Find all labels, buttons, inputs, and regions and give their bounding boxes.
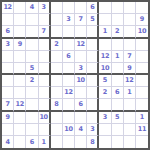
cell-empty-r5c12[interactable] <box>136 51 148 63</box>
cell-empty-r11c1[interactable] <box>2 124 14 136</box>
cell-empty-r5c4[interactable] <box>39 51 51 63</box>
cell-empty-r4c6[interactable] <box>63 39 75 51</box>
cell-given-r2c7: 7 <box>75 14 87 26</box>
cell-empty-r4c12[interactable] <box>136 39 148 51</box>
cell-empty-r1c2[interactable] <box>14 2 26 14</box>
cell-empty-r1c7[interactable] <box>75 2 87 14</box>
cell-empty-r10c3[interactable] <box>26 112 38 124</box>
cell-empty-r7c1[interactable] <box>2 75 14 87</box>
cell-empty-r9c10[interactable] <box>112 99 124 111</box>
cell-empty-r2c4[interactable] <box>39 14 51 26</box>
cell-empty-r2c10[interactable] <box>112 14 124 26</box>
cell-empty-r10c5[interactable] <box>51 112 63 124</box>
cell-empty-r7c4[interactable] <box>39 75 51 87</box>
cell-given-r4c5: 2 <box>51 39 63 51</box>
cell-given-r6c7: 3 <box>75 63 87 75</box>
cell-empty-r12c10[interactable] <box>112 136 124 148</box>
cell-given-r12c4: 1 <box>39 136 51 148</box>
sudoku-screenshot: 1243637596712103921261217531092105121226… <box>0 0 150 150</box>
cell-given-r8c9: 2 <box>99 87 111 99</box>
cell-empty-r8c8[interactable] <box>87 87 99 99</box>
cell-given-r4c7: 12 <box>75 39 87 51</box>
cell-given-r4c1: 3 <box>2 39 14 51</box>
cell-empty-r4c8[interactable] <box>87 39 99 51</box>
cell-empty-r12c2[interactable] <box>14 136 26 148</box>
cell-empty-r8c2[interactable] <box>14 87 26 99</box>
cell-given-r2c12: 9 <box>136 14 148 26</box>
cell-empty-r2c3[interactable] <box>26 14 38 26</box>
cell-empty-r12c12[interactable] <box>136 136 148 148</box>
cell-empty-r6c12[interactable] <box>136 63 148 75</box>
cell-empty-r4c11[interactable] <box>124 39 136 51</box>
cell-empty-r9c3[interactable] <box>26 99 38 111</box>
cell-empty-r5c3[interactable] <box>26 51 38 63</box>
cell-empty-r2c1[interactable] <box>2 14 14 26</box>
cell-empty-r9c12[interactable] <box>136 99 148 111</box>
cell-given-r1c4: 3 <box>39 2 51 14</box>
cell-empty-r4c9[interactable] <box>99 39 111 51</box>
cell-empty-r7c8[interactable] <box>87 75 99 87</box>
cell-empty-r6c1[interactable] <box>2 63 14 75</box>
cell-empty-r4c3[interactable] <box>26 39 38 51</box>
cell-empty-r7c5[interactable] <box>51 75 63 87</box>
cell-given-r10c4: 10 <box>39 112 51 124</box>
cell-empty-r9c6[interactable] <box>63 99 75 111</box>
cell-empty-r10c2[interactable] <box>14 112 26 124</box>
cell-given-r2c8: 5 <box>87 14 99 26</box>
cell-given-r3c9: 1 <box>99 26 111 38</box>
cell-given-r12c1: 4 <box>2 136 14 148</box>
cell-empty-r7c6[interactable] <box>63 75 75 87</box>
cell-given-r1c3: 4 <box>26 2 38 14</box>
cell-empty-r10c11[interactable] <box>124 112 136 124</box>
cell-empty-r12c6[interactable] <box>63 136 75 148</box>
cell-empty-r3c6[interactable] <box>63 26 75 38</box>
cell-empty-r7c2[interactable] <box>14 75 26 87</box>
cell-empty-r10c8[interactable] <box>87 112 99 124</box>
cell-given-r10c12: 1 <box>136 112 148 124</box>
cell-given-r12c3: 6 <box>26 136 38 148</box>
cell-given-r3c1: 6 <box>2 26 14 38</box>
cell-empty-r1c11[interactable] <box>124 2 136 14</box>
cell-given-r3c10: 2 <box>112 26 124 38</box>
cell-given-r7c9: 5 <box>99 75 111 87</box>
cell-empty-r8c3[interactable] <box>26 87 38 99</box>
cell-empty-r9c11[interactable] <box>124 99 136 111</box>
cell-given-r8c11: 1 <box>124 87 136 99</box>
cell-empty-r8c4[interactable] <box>39 87 51 99</box>
cell-given-r5c6: 6 <box>63 51 75 63</box>
cell-empty-r9c9[interactable] <box>99 99 111 111</box>
cell-given-r9c1: 7 <box>2 99 14 111</box>
cell-empty-r5c7[interactable] <box>75 51 87 63</box>
cell-empty-r7c12[interactable] <box>136 75 148 87</box>
cell-given-r11c12: 11 <box>136 124 148 136</box>
cell-empty-r11c4[interactable] <box>39 124 51 136</box>
cell-given-r5c10: 1 <box>112 51 124 63</box>
cell-empty-r6c10[interactable] <box>112 63 124 75</box>
cell-empty-r3c3[interactable] <box>26 26 38 38</box>
cell-empty-r3c7[interactable] <box>75 26 87 38</box>
cell-empty-r2c5[interactable] <box>51 14 63 26</box>
cell-empty-r2c2[interactable] <box>14 14 26 26</box>
cell-empty-r12c7[interactable] <box>75 136 87 148</box>
cell-given-r6c9: 10 <box>99 63 111 75</box>
cell-empty-r1c9[interactable] <box>99 2 111 14</box>
cell-empty-r9c4[interactable] <box>39 99 51 111</box>
cell-given-r10c1: 9 <box>2 112 14 124</box>
cell-given-r11c8: 3 <box>87 124 99 136</box>
cell-empty-r8c1[interactable] <box>2 87 14 99</box>
cell-given-r8c6: 12 <box>63 87 75 99</box>
cell-given-r7c7: 10 <box>75 75 87 87</box>
cell-given-r5c11: 7 <box>124 51 136 63</box>
cell-empty-r8c7[interactable] <box>75 87 87 99</box>
sudoku-board: 1243637596712103921261217531092105121226… <box>0 0 150 150</box>
cell-empty-r5c5[interactable] <box>51 51 63 63</box>
cell-empty-r3c2[interactable] <box>14 26 26 38</box>
cell-empty-r10c6[interactable] <box>63 112 75 124</box>
cell-empty-r11c10[interactable] <box>112 124 124 136</box>
cell-empty-r1c6[interactable] <box>63 2 75 14</box>
cell-empty-r8c12[interactable] <box>136 87 148 99</box>
cell-empty-r8c5[interactable] <box>51 87 63 99</box>
cell-empty-r6c5[interactable] <box>51 63 63 75</box>
cell-empty-r3c5[interactable] <box>51 26 63 38</box>
cell-empty-r10c7[interactable] <box>75 112 87 124</box>
cell-given-r5c9: 12 <box>99 51 111 63</box>
cell-given-r6c11: 9 <box>124 63 136 75</box>
cell-given-r3c12: 10 <box>136 26 148 38</box>
cell-given-r9c2: 12 <box>14 99 26 111</box>
cell-given-r10c9: 3 <box>99 112 111 124</box>
cell-empty-r5c1[interactable] <box>2 51 14 63</box>
cell-given-r12c8: 8 <box>87 136 99 148</box>
cell-empty-r11c5[interactable] <box>51 124 63 136</box>
cell-empty-r9c8[interactable] <box>87 99 99 111</box>
cell-empty-r12c9[interactable] <box>99 136 111 148</box>
cell-given-r9c7: 6 <box>75 99 87 111</box>
cell-given-r1c1: 12 <box>2 2 14 14</box>
cell-given-r4c2: 9 <box>14 39 26 51</box>
cell-given-r10c10: 5 <box>112 112 124 124</box>
cell-given-r1c8: 6 <box>87 2 99 14</box>
cell-empty-r1c5[interactable] <box>51 2 63 14</box>
cell-given-r11c7: 4 <box>75 124 87 136</box>
cell-given-r9c5: 8 <box>51 99 63 111</box>
cell-given-r8c10: 6 <box>112 87 124 99</box>
cell-empty-r6c4[interactable] <box>39 63 51 75</box>
cell-given-r2c6: 3 <box>63 14 75 26</box>
cell-empty-r6c6[interactable] <box>63 63 75 75</box>
cell-empty-r6c2[interactable] <box>14 63 26 75</box>
cell-empty-r7c10[interactable] <box>112 75 124 87</box>
cell-empty-r2c9[interactable] <box>99 14 111 26</box>
cell-empty-r11c2[interactable] <box>14 124 26 136</box>
cell-empty-r3c8[interactable] <box>87 26 99 38</box>
cell-empty-r1c10[interactable] <box>112 2 124 14</box>
cell-empty-r4c10[interactable] <box>112 39 124 51</box>
cell-given-r7c11: 12 <box>124 75 136 87</box>
cell-given-r11c6: 10 <box>63 124 75 136</box>
cell-given-r7c3: 2 <box>26 75 38 87</box>
cell-empty-r12c11[interactable] <box>124 136 136 148</box>
cell-empty-r4c4[interactable] <box>39 39 51 51</box>
cell-empty-r11c3[interactable] <box>26 124 38 136</box>
cell-empty-r6c8[interactable] <box>87 63 99 75</box>
cell-empty-r2c11[interactable] <box>124 14 136 26</box>
cell-empty-r11c9[interactable] <box>99 124 111 136</box>
cell-given-r6c3: 5 <box>26 63 38 75</box>
cell-empty-r1c12[interactable] <box>136 2 148 14</box>
cell-empty-r11c11[interactable] <box>124 124 136 136</box>
cell-empty-r3c11[interactable] <box>124 26 136 38</box>
cell-given-r3c4: 7 <box>39 26 51 38</box>
cell-empty-r5c2[interactable] <box>14 51 26 63</box>
cell-empty-r5c8[interactable] <box>87 51 99 63</box>
cell-empty-r12c5[interactable] <box>51 136 63 148</box>
